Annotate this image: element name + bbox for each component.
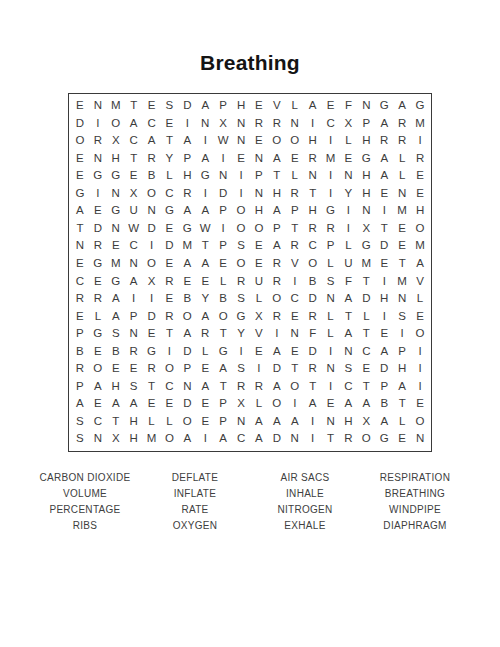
grid-cell-r9c13: R	[286, 237, 304, 255]
grid-cell-r15c8: L	[196, 343, 214, 361]
grid-cell-r10c6: E	[160, 255, 178, 273]
grid-cell-r5c18: A	[375, 167, 393, 185]
grid-cell-r3c14: H	[304, 132, 322, 150]
grid-cell-r17c9: T	[214, 378, 232, 396]
grid-cell-r4c7: P	[178, 150, 196, 168]
grid-cell-r11c6: R	[160, 272, 178, 290]
grid-cell-r15c9: G	[214, 343, 232, 361]
grid-cell-r4c11: N	[250, 150, 268, 168]
grid-cell-r9c11: E	[250, 237, 268, 255]
grid-cell-r17c1: P	[71, 378, 89, 396]
grid-cell-r8c13: T	[286, 220, 304, 238]
grid-cell-r1c19: A	[393, 97, 411, 115]
grid-cell-r5c5: B	[143, 167, 161, 185]
grid-cell-r4c8: A	[196, 150, 214, 168]
grid-cell-r2c10: N	[232, 115, 250, 133]
grid-cell-r17c10: R	[232, 378, 250, 396]
grid-cell-r4c2: N	[89, 150, 107, 168]
grid-cell-r10c11: E	[250, 255, 268, 273]
grid-cell-r5c17: H	[357, 167, 375, 185]
grid-cell-r19c5: L	[143, 413, 161, 431]
grid-cell-r17c2: A	[89, 378, 107, 396]
grid-cell-r2c18: A	[375, 115, 393, 133]
grid-cell-r16c14: R	[304, 360, 322, 378]
grid-cell-r4c17: G	[357, 150, 375, 168]
grid-cell-r6c3: N	[107, 185, 125, 203]
word-list-item: VOLUME	[30, 486, 140, 502]
grid-cell-r3c10: N	[232, 132, 250, 150]
grid-cell-r16c9: A	[214, 360, 232, 378]
grid-cell-r10c10: O	[232, 255, 250, 273]
grid-cell-r20c1: S	[71, 430, 89, 448]
grid-cell-r12c3: A	[107, 290, 125, 308]
grid-cell-r18c1: A	[71, 395, 89, 413]
grid-cell-r13c6: R	[160, 308, 178, 326]
grid-cell-r2c3: O	[107, 115, 125, 133]
grid-cell-r8c9: I	[214, 220, 232, 238]
grid-cell-r12c8: Y	[196, 290, 214, 308]
grid-cell-r3c8: I	[196, 132, 214, 150]
grid-cell-r7c16: I	[339, 202, 357, 220]
grid-cell-r8c5: D	[143, 220, 161, 238]
word-list-item: CARBON DIOXIDE	[30, 470, 140, 486]
grid-cell-r8c7: G	[178, 220, 196, 238]
grid-cell-r17c4: S	[125, 378, 143, 396]
grid-cell-r16c16: S	[339, 360, 357, 378]
grid-cell-r20c16: R	[339, 430, 357, 448]
grid-cell-r1c10: H	[232, 97, 250, 115]
grid-cell-r7c6: G	[160, 202, 178, 220]
grid-cell-r16c19: H	[393, 360, 411, 378]
grid-cell-r19c20: O	[411, 413, 429, 431]
grid-cell-r2c13: N	[286, 115, 304, 133]
grid-cell-r14c11: V	[250, 325, 268, 343]
word-list-item: NITROGEN	[250, 502, 360, 518]
grid-cell-r1c2: N	[89, 97, 107, 115]
grid-cell-r2c20: M	[411, 115, 429, 133]
grid-cell-r18c12: O	[268, 395, 286, 413]
grid-cell-r19c7: O	[178, 413, 196, 431]
grid-cell-r14c10: Y	[232, 325, 250, 343]
grid-cell-r4c4: T	[125, 150, 143, 168]
grid-cell-r18c2: E	[89, 395, 107, 413]
grid-cell-r10c13: V	[286, 255, 304, 273]
grid-cell-r1c15: E	[322, 97, 340, 115]
grid-cell-r20c18: G	[375, 430, 393, 448]
grid-cell-r18c13: I	[286, 395, 304, 413]
grid-cell-r7c18: I	[375, 202, 393, 220]
grid-cell-r15c4: R	[125, 343, 143, 361]
grid-cell-r9c1: N	[71, 237, 89, 255]
grid-cell-r20c15: T	[322, 430, 340, 448]
grid-cell-r6c10: I	[232, 185, 250, 203]
grid-cell-r20c4: H	[125, 430, 143, 448]
grid-cell-r11c3: G	[107, 272, 125, 290]
grid-cell-r11c2: E	[89, 272, 107, 290]
grid-cell-r12c11: L	[250, 290, 268, 308]
grid-cell-r14c12: I	[268, 325, 286, 343]
word-list-item: INHALE	[250, 486, 360, 502]
grid-cell-r19c3: T	[107, 413, 125, 431]
grid-cell-r3c13: O	[286, 132, 304, 150]
grid-cell-r2c6: E	[160, 115, 178, 133]
grid-cell-r8c10: O	[232, 220, 250, 238]
word-list-item: EXHALE	[250, 518, 360, 534]
grid-cell-r3c7: A	[178, 132, 196, 150]
grid-cell-r15c10: I	[232, 343, 250, 361]
grid-cell-r13c19: S	[393, 308, 411, 326]
grid-cell-r17c19: A	[393, 378, 411, 396]
grid-cell-r18c9: P	[214, 395, 232, 413]
grid-cell-r9c15: P	[322, 237, 340, 255]
grid-cell-r5c7: H	[178, 167, 196, 185]
grid-cell-r4c18: A	[375, 150, 393, 168]
grid-cell-r10c19: T	[393, 255, 411, 273]
grid-cell-r13c11: X	[250, 308, 268, 326]
grid-cell-r9c6: D	[160, 237, 178, 255]
grid-cell-r1c4: T	[125, 97, 143, 115]
grid-cell-r14c7: A	[178, 325, 196, 343]
grid-cell-r15c2: E	[89, 343, 107, 361]
grid-cell-r14c5: E	[143, 325, 161, 343]
grid-cell-r16c4: E	[125, 360, 143, 378]
grid-cell-r8c4: W	[125, 220, 143, 238]
grid-cell-r12c6: E	[160, 290, 178, 308]
grid-cell-r20c2: N	[89, 430, 107, 448]
grid-cell-r6c18: E	[375, 185, 393, 203]
grid-cell-r6c19: N	[393, 185, 411, 203]
grid-cell-r11c18: I	[375, 272, 393, 290]
grid-cell-r18c8: E	[196, 395, 214, 413]
grid-cell-r6c12: H	[268, 185, 286, 203]
grid-cell-r9c10: S	[232, 237, 250, 255]
grid-cell-r1c12: V	[268, 97, 286, 115]
grid-cell-r2c12: R	[268, 115, 286, 133]
grid-cell-r13c10: G	[232, 308, 250, 326]
grid-cell-r6c4: X	[125, 185, 143, 203]
grid-cell-r4c15: M	[322, 150, 340, 168]
grid-cell-r15c5: G	[143, 343, 161, 361]
grid-cell-r15c13: E	[286, 343, 304, 361]
grid-cell-r20c5: M	[143, 430, 161, 448]
grid-cell-r14c20: O	[411, 325, 429, 343]
grid-cell-r12c9: B	[214, 290, 232, 308]
grid-cell-r12c19: N	[393, 290, 411, 308]
grid-cell-r12c16: A	[339, 290, 357, 308]
grid-cell-r3c16: L	[339, 132, 357, 150]
grid-cell-r6c17: H	[357, 185, 375, 203]
grid-cell-r16c15: N	[322, 360, 340, 378]
grid-cell-r2c15: C	[322, 115, 340, 133]
word-list: CARBON DIOXIDEVOLUMEPERCENTAGERIBSDEFLAT…	[30, 470, 470, 534]
grid-cell-r1c14: A	[304, 97, 322, 115]
grid-cell-r10c15: L	[322, 255, 340, 273]
word-list-item: WINDPIPE	[360, 502, 470, 518]
grid-cell-r6c5: O	[143, 185, 161, 203]
grid-cell-r3c4: C	[125, 132, 143, 150]
grid-cell-r18c4: A	[125, 395, 143, 413]
grid-cell-r12c15: N	[322, 290, 340, 308]
grid-cell-r11c12: R	[268, 272, 286, 290]
grid-cell-r9c12: A	[268, 237, 286, 255]
grid-cell-r12c13: C	[286, 290, 304, 308]
grid-cell-r3c18: R	[375, 132, 393, 150]
grid-cell-r18c15: E	[322, 395, 340, 413]
word-list-column-2: DEFLATEINFLATERATEOXYGEN	[140, 470, 250, 534]
grid-cell-r17c14: T	[304, 378, 322, 396]
grid-cell-r12c17: D	[357, 290, 375, 308]
grid-cell-r15c1: B	[71, 343, 89, 361]
grid-cell-r11c17: T	[357, 272, 375, 290]
grid-cell-r20c17: O	[357, 430, 375, 448]
grid-cell-r14c18: E	[375, 325, 393, 343]
word-list-item: DIAPHRAGM	[360, 518, 470, 534]
grid-cell-r7c15: G	[322, 202, 340, 220]
grid-cell-r16c7: P	[178, 360, 196, 378]
grid-cell-r6c11: N	[250, 185, 268, 203]
puzzle-title: Breathing	[0, 51, 500, 75]
grid-cell-r5c19: L	[393, 167, 411, 185]
grid-cell-r7c2: E	[89, 202, 107, 220]
word-list-item: RESPIRATION	[360, 470, 470, 486]
grid-cell-r16c6: O	[160, 360, 178, 378]
grid-cell-r10c17: M	[357, 255, 375, 273]
word-search-grid: ENMTESDAPHEVLAEFNGAGDIOACEINXNRRNICXPARM…	[68, 93, 432, 452]
grid-cell-r7c17: N	[357, 202, 375, 220]
grid-cell-r3c11: E	[250, 132, 268, 150]
grid-cell-r14c17: T	[357, 325, 375, 343]
grid-cell-r14c14: F	[304, 325, 322, 343]
grid-cell-r10c16: U	[339, 255, 357, 273]
grid-cell-r12c12: O	[268, 290, 286, 308]
grid-cell-r18c17: A	[357, 395, 375, 413]
grid-cell-r17c7: N	[178, 378, 196, 396]
word-list-item: DEFLATE	[140, 470, 250, 486]
grid-cell-r10c1: E	[71, 255, 89, 273]
grid-cell-r5c1: E	[71, 167, 89, 185]
word-list-item: OXYGEN	[140, 518, 250, 534]
grid-cell-r15c11: E	[250, 343, 268, 361]
grid-cell-r9c4: C	[125, 237, 143, 255]
grid-cell-r19c15: N	[322, 413, 340, 431]
grid-cell-r8c14: R	[304, 220, 322, 238]
grid-cell-r2c5: C	[143, 115, 161, 133]
grid-cell-r10c2: G	[89, 255, 107, 273]
grid-cell-r5c4: E	[125, 167, 143, 185]
grid-cell-r13c8: A	[196, 308, 214, 326]
grid-cell-r2c1: D	[71, 115, 89, 133]
grid-cell-r20c13: N	[286, 430, 304, 448]
grid-cell-r9c17: G	[357, 237, 375, 255]
grid-cell-r1c13: L	[286, 97, 304, 115]
grid-cell-r20c11: A	[250, 430, 268, 448]
grid-cell-r7c12: A	[268, 202, 286, 220]
grid-cell-r6c1: G	[71, 185, 89, 203]
grid-cell-r12c2: R	[89, 290, 107, 308]
grid-cell-r7c1: A	[71, 202, 89, 220]
grid-cell-r4c20: R	[411, 150, 429, 168]
grid-cell-r2c7: I	[178, 115, 196, 133]
grid-cell-r4c1: E	[71, 150, 89, 168]
grid-cell-r7c8: A	[196, 202, 214, 220]
grid-cell-r4c12: A	[268, 150, 286, 168]
grid-cell-r15c7: D	[178, 343, 196, 361]
grid-cell-r1c1: E	[71, 97, 89, 115]
grid-cell-r18c14: A	[304, 395, 322, 413]
grid-cell-r11c8: E	[196, 272, 214, 290]
grid-cell-r18c20: E	[411, 395, 429, 413]
grid-cell-r3c1: O	[71, 132, 89, 150]
grid-cell-r1c9: P	[214, 97, 232, 115]
grid-cell-r2c9: X	[214, 115, 232, 133]
grid-cell-r4c14: R	[304, 150, 322, 168]
grid-cell-r17c12: A	[268, 378, 286, 396]
grid-cell-r20c6: O	[160, 430, 178, 448]
grid-cell-r16c8: E	[196, 360, 214, 378]
grid-cell-r18c7: D	[178, 395, 196, 413]
grid-cell-r2c8: N	[196, 115, 214, 133]
grid-cell-r13c15: L	[322, 308, 340, 326]
grid-cell-r17c5: T	[143, 378, 161, 396]
grid-cell-r15c20: I	[411, 343, 429, 361]
grid-cell-r19c11: A	[250, 413, 268, 431]
grid-cell-r9c8: T	[196, 237, 214, 255]
grid-cell-r7c3: G	[107, 202, 125, 220]
grid-cell-r20c20: N	[411, 430, 429, 448]
grid-cell-r2c16: X	[339, 115, 357, 133]
grid-cell-r13c14: R	[304, 308, 322, 326]
grid-cell-r12c1: R	[71, 290, 89, 308]
grid-cell-r7c19: M	[393, 202, 411, 220]
grid-cell-r13c13: E	[286, 308, 304, 326]
grid-cell-r11c11: U	[250, 272, 268, 290]
grid-cell-r1c6: S	[160, 97, 178, 115]
grid-cell-r10c3: M	[107, 255, 125, 273]
grid-cell-r8c17: X	[357, 220, 375, 238]
grid-cell-r9c2: R	[89, 237, 107, 255]
grid-cell-r20c10: C	[232, 430, 250, 448]
grid-cell-r16c1: R	[71, 360, 89, 378]
grid-cell-r11c13: I	[286, 272, 304, 290]
grid-cell-r18c11: L	[250, 395, 268, 413]
grid-cell-r12c14: D	[304, 290, 322, 308]
grid-cell-r14c2: G	[89, 325, 107, 343]
grid-cell-r6c7: R	[178, 185, 196, 203]
grid-cell-r3c2: R	[89, 132, 107, 150]
grid-cell-r14c4: N	[125, 325, 143, 343]
grid-cell-r4c16: E	[339, 150, 357, 168]
grid-cell-r12c4: I	[125, 290, 143, 308]
grid-cell-r12c5: I	[143, 290, 161, 308]
grid-cell-r16c3: E	[107, 360, 125, 378]
grid-cell-r13c17: L	[357, 308, 375, 326]
grid-cell-r11c9: L	[214, 272, 232, 290]
grid-cell-r2c17: P	[357, 115, 375, 133]
grid-cell-r8c16: I	[339, 220, 357, 238]
grid-cell-r19c8: E	[196, 413, 214, 431]
grid-cell-r11c5: X	[143, 272, 161, 290]
grid-cell-r14c16: A	[339, 325, 357, 343]
grid-cell-r6c2: I	[89, 185, 107, 203]
grid-cell-r20c14: I	[304, 430, 322, 448]
grid-cell-r12c10: S	[232, 290, 250, 308]
grid-cell-r19c9: P	[214, 413, 232, 431]
grid-cell-r9c19: E	[393, 237, 411, 255]
grid-cell-r18c19: T	[393, 395, 411, 413]
grid-cell-r16c18: D	[375, 360, 393, 378]
grid-cell-r12c7: B	[178, 290, 196, 308]
grid-cell-r5c8: G	[196, 167, 214, 185]
grid-cell-r18c18: B	[375, 395, 393, 413]
grid-cell-r19c14: I	[304, 413, 322, 431]
grid-cell-r13c3: A	[107, 308, 125, 326]
grid-cell-r19c12: A	[268, 413, 286, 431]
grid-cell-r2c11: R	[250, 115, 268, 133]
grid-cell-r7c10: O	[232, 202, 250, 220]
grid-cell-r5c3: G	[107, 167, 125, 185]
grid-cell-r9c7: M	[178, 237, 196, 255]
grid-cell-r14c1: P	[71, 325, 89, 343]
grid-cell-r8c15: R	[322, 220, 340, 238]
grid-cell-r7c20: H	[411, 202, 429, 220]
grid-cell-r11c7: E	[178, 272, 196, 290]
grid-cell-r15c14: D	[304, 343, 322, 361]
grid-cell-r17c20: I	[411, 378, 429, 396]
grid-cell-r9c5: I	[143, 237, 161, 255]
grid-cell-r10c12: R	[268, 255, 286, 273]
grid-cell-r1c18: G	[375, 97, 393, 115]
grid-cell-r10c20: A	[411, 255, 429, 273]
grid-cell-r4c13: E	[286, 150, 304, 168]
grid-cell-r13c20: E	[411, 308, 429, 326]
grid-cell-r3c15: I	[322, 132, 340, 150]
grid-cell-r5c12: T	[268, 167, 286, 185]
grid-cell-r7c9: P	[214, 202, 232, 220]
grid-cell-r3c17: H	[357, 132, 375, 150]
grid-cell-r19c19: L	[393, 413, 411, 431]
word-list-column-3: AIR SACSINHALENITROGENEXHALE	[250, 470, 360, 534]
word-list-item: INFLATE	[140, 486, 250, 502]
grid-cell-r10c8: A	[196, 255, 214, 273]
grid-cell-r14c13: N	[286, 325, 304, 343]
grid-cell-r5c6: L	[160, 167, 178, 185]
grid-cell-r11c1: C	[71, 272, 89, 290]
grid-cell-r15c12: A	[268, 343, 286, 361]
grid-cell-r11c19: M	[393, 272, 411, 290]
grid-cell-r19c1: S	[71, 413, 89, 431]
grid-cell-r10c9: E	[214, 255, 232, 273]
grid-cell-r9c14: C	[304, 237, 322, 255]
grid-cell-r5c16: N	[339, 167, 357, 185]
grid-cell-r8c2: D	[89, 220, 107, 238]
grid-cell-r9c9: P	[214, 237, 232, 255]
grid-cell-r8c12: P	[268, 220, 286, 238]
word-list-column-4: RESPIRATIONBREATHINGWINDPIPEDIAPHRAGM	[360, 470, 470, 534]
grid-cell-r16c12: D	[268, 360, 286, 378]
grid-cell-r4c3: H	[107, 150, 125, 168]
grid-cell-r10c7: A	[178, 255, 196, 273]
grid-cell-r6c13: R	[286, 185, 304, 203]
grid-cell-r16c20: I	[411, 360, 429, 378]
grid-cell-r3c19: R	[393, 132, 411, 150]
grid-cell-r14c15: L	[322, 325, 340, 343]
grid-cell-r2c14: I	[304, 115, 322, 133]
word-list-item: BREATHING	[360, 486, 470, 502]
grid-cell-r7c4: U	[125, 202, 143, 220]
grid-cell-r3c5: A	[143, 132, 161, 150]
grid-cell-r2c4: A	[125, 115, 143, 133]
grid-cell-r8c8: W	[196, 220, 214, 238]
